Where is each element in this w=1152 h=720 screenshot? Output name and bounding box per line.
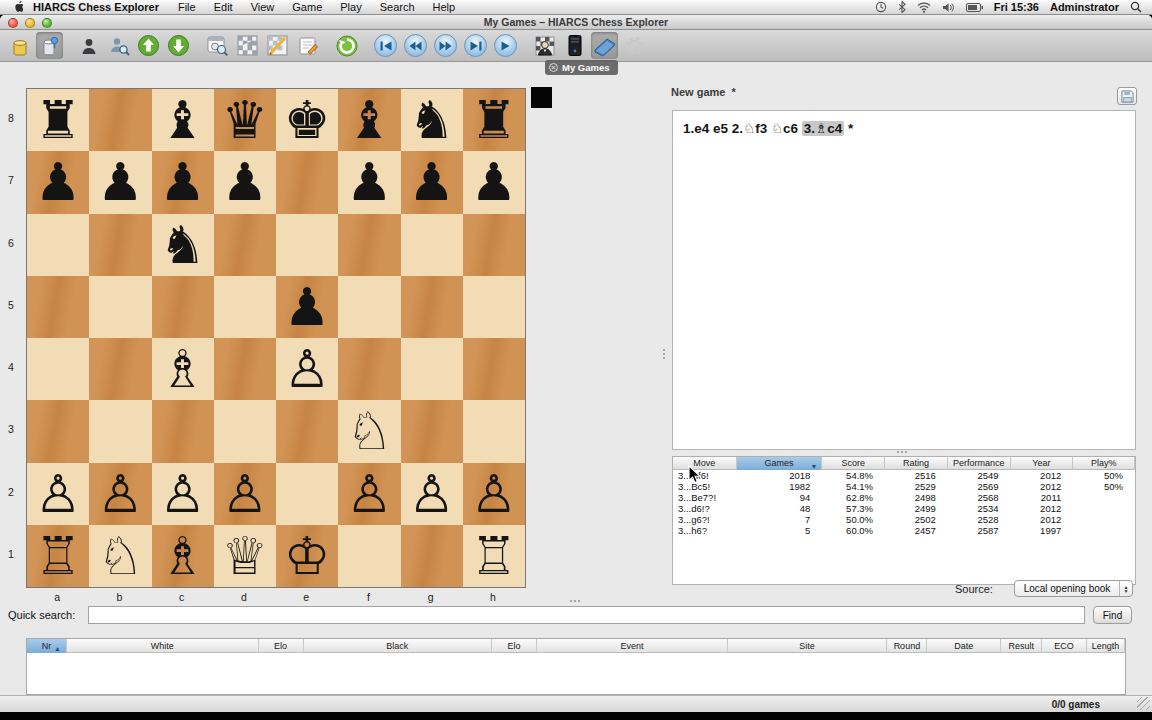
window-title: My Games – HIARCS Chess Explorer [484,16,668,28]
square-g8[interactable]: ♞ [401,89,463,151]
file-labels: abcdefgh [26,591,526,603]
white-pawn: ♙ [346,463,393,525]
stats-header-play[interactable]: Play% [1073,457,1135,470]
file-label-g: g [400,591,462,603]
reset-game-button[interactable] [333,32,360,59]
stats-cell-games: 5 [737,525,823,536]
square-c7[interactable]: ♟ [152,151,214,213]
app-menu[interactable]: HIARCS Chess Explorer [27,1,169,13]
stats-cell-move: 3...h6? [673,525,737,536]
stats-cell-year: 2012 [1011,503,1074,514]
white-pawn: ♙ [471,463,518,525]
apple-menu-icon[interactable] [0,0,27,15]
bluetooth-icon[interactable] [898,1,906,13]
square-h4[interactable] [463,338,525,400]
stats-cell-move: 3...Bc5! [673,481,737,492]
rank-label-3: 3 [0,423,22,435]
square-d2[interactable]: ♙ [214,463,276,525]
engine-button[interactable] [561,32,588,59]
square-d1[interactable]: ♕ [214,525,276,587]
search-splitter-handle[interactable] [570,600,580,602]
file-label-f: f [337,591,399,603]
find-games-button[interactable] [204,32,231,59]
stats-header-games[interactable]: Games▼ [737,457,823,470]
square-h2[interactable]: ♙ [463,463,525,525]
square-d7[interactable]: ♟ [214,151,276,213]
my-games-book-button[interactable] [591,32,618,59]
square-c6[interactable]: ♞ [152,214,214,276]
menu-bar: HIARCS Chess Explorer FileEditViewGamePl… [0,0,1152,15]
player-profile-button[interactable] [75,32,102,59]
square-h5[interactable] [463,276,525,338]
black-pawn: ♟ [408,151,455,213]
menu-clock[interactable]: Fri 15:36 [994,1,1039,13]
games-header-event[interactable]: Event [537,639,728,653]
rank-label-1: 1 [0,548,22,560]
square-d8[interactable]: ♛ [214,89,276,151]
notification-clock-icon[interactable] [875,1,887,13]
white-pawn: ♙ [35,463,82,525]
stats-cell-rating: 2498 [885,492,948,503]
stats-cell-rating: 2499 [885,503,948,514]
stats-cell-year: 1997 [1011,525,1074,536]
wifi-icon[interactable] [917,2,931,13]
nav-prev-button[interactable] [402,32,429,59]
close-window-button[interactable] [8,18,18,28]
square-a3[interactable] [27,400,89,462]
games-header-eco[interactable]: ECO [1042,639,1087,653]
white-knight: ♘ [346,400,393,462]
source-value: Local opening book [1015,583,1119,594]
square-f8[interactable]: ♝ [338,89,400,151]
stats-cell-performance: 2534 [948,503,1011,514]
stats-cell-games: 7 [737,514,823,525]
stats-cell-score: 60.0% [822,525,885,536]
file-label-b: b [88,591,150,603]
stats-row[interactable]: 3...g6?!750.0%250225282012 [673,514,1135,525]
white-queen: ♕ [222,525,269,587]
play-engine-button[interactable] [531,32,558,59]
white-pawn: ♙ [159,463,206,525]
stats-cell-games: 94 [737,492,823,503]
white-pawn: ♙ [284,338,331,400]
resize-grip[interactable] [1137,697,1150,710]
stats-cell-year: 2012 [1011,514,1074,525]
square-f6[interactable] [338,214,400,276]
square-b8[interactable] [89,89,151,151]
games-table[interactable]: Nr▲WhiteEloBlackEloEventSiteRoundDateRes… [26,638,1126,695]
stats-cell-rating: 2502 [885,514,948,525]
menu-file[interactable]: File [169,1,205,13]
stats-cell-move: 3...g6?! [673,514,737,525]
stats-header-score[interactable]: Score [822,457,885,470]
sort-arrow-icon: ▲ [54,642,61,656]
stats-header-move[interactable]: Move [673,457,737,470]
notation-panel[interactable]: 1.e4 e5 2.♘f3 ♘c6 3.♗c4 * [672,110,1136,450]
menu-bar-status: Fri 15:36 Adminstrator [875,1,1152,13]
square-h3[interactable] [463,400,525,462]
square-e2[interactable] [276,463,338,525]
stats-cell-performance: 2569 [948,481,1011,492]
black-pawn: ♟ [97,151,144,213]
square-c5[interactable] [152,276,214,338]
square-g6[interactable] [401,214,463,276]
square-a2[interactable]: ♙ [27,463,89,525]
square-h7[interactable]: ♟ [463,151,525,213]
volume-icon[interactable] [942,2,955,13]
stats-cell-play [1073,514,1135,525]
black-pawn: ♟ [222,151,269,213]
games-header-elo[interactable]: Elo [492,639,537,653]
game-header: New game * [671,86,736,98]
save-icon [1121,90,1134,103]
white-bishop: ♗ [159,525,206,587]
stats-cell-performance: 2549 [948,470,1011,481]
spotlight-icon[interactable] [1130,1,1142,13]
tab-my-games[interactable]: ✕ My Games [545,60,618,75]
rank-label-7: 7 [0,174,22,186]
mouse-cursor [688,465,702,489]
export-button[interactable] [165,32,192,59]
white-bishop: ♗ [159,338,206,400]
square-c4[interactable]: ♗ [152,338,214,400]
stats-header-rating[interactable]: Rating [885,457,948,470]
battery-icon[interactable] [966,3,983,12]
square-g7[interactable]: ♟ [401,151,463,213]
setup-position-button[interactable] [234,32,261,59]
side-to-move-indicator [531,87,552,108]
toolbar [0,30,1152,62]
quick-search-label: Quick search: [8,609,75,621]
black-pawn: ♟ [284,276,331,338]
square-c2[interactable]: ♙ [152,463,214,525]
stats-cell-games: 48 [737,503,823,514]
square-e7[interactable] [276,151,338,213]
stats-cell-year: 2011 [1011,492,1074,503]
square-b5[interactable] [89,276,151,338]
stats-cell-play [1073,492,1135,503]
stats-cell-performance: 2568 [948,492,1011,503]
black-queen: ♛ [222,89,269,151]
square-e4[interactable]: ♙ [276,338,338,400]
square-c8[interactable]: ♝ [152,89,214,151]
stats-row[interactable]: 3...d6!?4857.3%249925342012 [673,503,1135,514]
black-rook: ♜ [471,89,518,151]
stats-cell-move: 3...Nf6! [673,470,737,481]
square-e1[interactable]: ♔ [276,525,338,587]
square-d5[interactable] [214,276,276,338]
black-king: ♚ [284,89,331,151]
rank-label-6: 6 [0,237,22,249]
black-knight: ♞ [408,89,455,151]
menu-edit[interactable]: Edit [205,1,242,13]
stats-row[interactable]: 3...Be7?!9462.8%249825682011 [673,492,1135,503]
save-game-button[interactable] [1117,87,1137,105]
square-d6[interactable] [214,214,276,276]
stats-cell-score: 54.1% [822,481,885,492]
quick-search-input[interactable] [88,606,1085,624]
black-bishop: ♝ [346,89,393,151]
square-f4[interactable] [338,338,400,400]
open-database-button[interactable] [36,32,63,59]
file-label-e: e [275,591,337,603]
games-header-site[interactable]: Site [728,639,888,653]
new-database-button[interactable] [6,32,33,59]
menu-user[interactable]: Adminstrator [1050,1,1119,13]
games-header-elo[interactable]: Elo [259,639,304,653]
menu-view[interactable]: View [242,1,284,13]
square-e6[interactable] [276,214,338,276]
games-header-length[interactable]: Length [1087,639,1125,653]
square-b2[interactable]: ♙ [89,463,151,525]
stats-splitter-handle[interactable] [897,451,907,453]
panel-splitter-handle[interactable] [663,349,665,359]
window-title-bar[interactable]: My Games – HIARCS Chess Explorer [0,15,1152,30]
source-label: Source: [955,583,993,595]
stats-cell-play [1073,503,1135,514]
file-label-d: d [213,591,275,603]
dropdown-stepper-icon: ▲▼ [1119,581,1132,596]
file-label-a: a [26,591,88,603]
square-a8[interactable]: ♜ [27,89,89,151]
square-g2[interactable]: ♙ [401,463,463,525]
menu-items: FileEditViewGamePlaySearchHelp [169,1,464,13]
stats-cell-performance: 2528 [948,514,1011,525]
menu-search[interactable]: Search [371,1,424,13]
square-a5[interactable] [27,276,89,338]
nav-last-button[interactable] [462,32,489,59]
stats-cell-rating: 2516 [885,470,948,481]
square-b6[interactable] [89,214,151,276]
nav-first-button[interactable] [372,32,399,59]
games-header-nr[interactable]: Nr▲ [27,639,67,653]
square-f3[interactable]: ♘ [338,400,400,462]
stats-row[interactable]: 3...Nf6!201854.8%25162549201250% [673,470,1135,481]
square-a4[interactable] [27,338,89,400]
traffic-lights [8,18,52,28]
tab-label: My Games [562,62,610,73]
square-g4[interactable] [401,338,463,400]
edit-game-button[interactable] [294,32,321,59]
games-header-date[interactable]: Date [927,639,1001,653]
tab-close-icon[interactable]: ✕ [549,63,558,72]
square-d3[interactable] [214,400,276,462]
find-player-button[interactable] [105,32,132,59]
stats-cell-score: 50.0% [822,514,885,525]
square-e5[interactable]: ♟ [276,276,338,338]
rank-label-5: 5 [0,299,22,311]
app-window: My Games – HIARCS Chess Explorer ✕ My Ga… [0,15,1152,712]
stats-cell-move: 3...Be7?! [673,492,737,503]
square-e3[interactable] [276,400,338,462]
square-h8[interactable]: ♜ [463,89,525,151]
menu-help[interactable]: Help [424,1,465,13]
stats-cell-score: 57.3% [822,503,885,514]
white-pawn: ♙ [408,463,455,525]
black-rook: ♜ [35,89,82,151]
settings-gear-icon[interactable] [621,32,648,59]
black-bishop: ♝ [159,89,206,151]
stats-cell-rating: 2457 [885,525,948,536]
menu-game[interactable]: Game [283,1,331,13]
black-pawn: ♟ [35,151,82,213]
white-king: ♔ [284,525,331,587]
file-label-h: h [462,591,524,603]
games-header-result[interactable]: Result [1001,639,1042,653]
zoom-window-button[interactable] [42,18,52,28]
source-dropdown[interactable]: Local opening book ▲▼ [1014,580,1133,597]
games-header-round[interactable]: Round [887,639,927,653]
square-e8[interactable]: ♚ [276,89,338,151]
rank-labels: 87654321 [0,88,24,590]
square-b4[interactable] [89,338,151,400]
stats-row[interactable]: 3...Bc5!198254.1%25292569201250% [673,481,1135,492]
square-a7[interactable]: ♟ [27,151,89,213]
white-rook: ♖ [471,525,518,587]
move-text[interactable]: * [844,121,853,136]
sort-arrow-icon: ▼ [810,460,817,473]
square-h6[interactable] [463,214,525,276]
menu-play[interactable]: Play [331,1,370,13]
find-button[interactable]: Find [1093,606,1132,624]
white-pawn: ♙ [97,463,144,525]
black-pawn: ♟ [159,151,206,213]
rank-label-8: 8 [0,112,22,124]
file-label-c: c [151,591,213,603]
stats-cell-year: 2012 [1011,481,1074,492]
nav-next-button[interactable] [432,32,459,59]
stats-cell-rating: 2529 [885,481,948,492]
square-f2[interactable]: ♙ [338,463,400,525]
stats-header-year[interactable]: Year [1011,457,1074,470]
square-a6[interactable] [27,214,89,276]
square-d4[interactable] [214,338,276,400]
minimize-window-button[interactable] [25,18,35,28]
stats-header-performance[interactable]: Performance [948,457,1011,470]
square-c3[interactable] [152,400,214,462]
status-bar: 0/0 games [0,695,1152,712]
black-pawn: ♟ [471,151,518,213]
stats-cell-score: 54.8% [822,470,885,481]
square-h1[interactable]: ♖ [463,525,525,587]
nav-play-button[interactable] [492,32,519,59]
games-header-white[interactable]: White [67,639,259,653]
square-b7[interactable]: ♟ [89,151,151,213]
rank-label-4: 4 [0,361,22,373]
current-move[interactable]: 3.♗c4 [802,121,844,136]
stats-cell-games: 1982 [737,481,823,492]
square-g5[interactable] [401,276,463,338]
search-position-button[interactable] [264,32,291,59]
square-f7[interactable]: ♟ [338,151,400,213]
white-pawn: ♙ [222,463,269,525]
stats-cell-play: 50% [1073,470,1135,481]
stats-cell-play [1073,525,1135,536]
stats-cell-move: 3...d6!? [673,503,737,514]
games-count: 0/0 games [1052,699,1100,710]
square-f1[interactable] [338,525,400,587]
games-header-black[interactable]: Black [304,639,493,653]
white-knight: ♘ [97,525,144,587]
square-a1[interactable]: ♖ [27,525,89,587]
rank-label-2: 2 [0,486,22,498]
stats-row[interactable]: 3...h6?560.0%245725871997 [673,525,1135,536]
opening-stats-table: MoveGames▼ScoreRatingPerformanceYearPlay… [672,456,1136,585]
stats-cell-score: 62.8% [822,492,885,503]
square-g1[interactable] [401,525,463,587]
square-b3[interactable] [89,400,151,462]
chess-board: ♜♝♛♚♝♞♜♟♟♟♟♟♟♟♞♟♗♙♘♙♙♙♙♙♙♙♖♘♗♕♔♖ [26,88,526,588]
square-c1[interactable]: ♗ [152,525,214,587]
black-knight: ♞ [159,214,206,276]
stats-cell-year: 2012 [1011,470,1074,481]
square-g3[interactable] [401,400,463,462]
stats-cell-play: 50% [1073,481,1135,492]
import-button[interactable] [135,32,162,59]
move-text[interactable]: 1.e4 e5 2.♘f3 ♘c6 [683,121,802,136]
square-b1[interactable]: ♘ [89,525,151,587]
white-rook: ♖ [35,525,82,587]
square-f5[interactable] [338,276,400,338]
stats-cell-performance: 2587 [948,525,1011,536]
black-pawn: ♟ [346,151,393,213]
